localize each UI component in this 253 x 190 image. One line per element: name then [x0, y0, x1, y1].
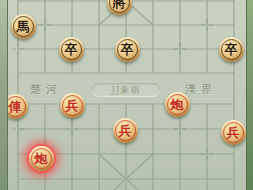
piece-glyph: 兵 — [119, 124, 132, 137]
piece-glyph: 炮 — [171, 98, 184, 111]
piece-black-soldier-3[interactable]: 卒 — [219, 37, 244, 62]
xiangqi-board-screen: 楚河 漢界 JJ象棋 將馬卒卒卒俥兵炮兵兵炮 — [0, 0, 253, 190]
piece-glyph: 兵 — [227, 126, 240, 139]
board-frame-right — [246, 0, 253, 190]
piece-red-soldier-1[interactable]: 兵 — [60, 93, 85, 118]
app-watermark-label: JJ象棋 — [111, 84, 140, 97]
piece-red-cannon-right[interactable]: 炮 — [165, 92, 190, 117]
piece-glyph: 卒 — [225, 43, 238, 56]
piece-glyph: 俥 — [9, 100, 22, 113]
piece-glyph: 卒 — [65, 43, 78, 56]
piece-glyph: 卒 — [121, 43, 134, 56]
piece-red-cannon-selected[interactable]: 炮 — [29, 146, 54, 171]
piece-black-soldier-1[interactable]: 卒 — [59, 37, 84, 62]
app-watermark: JJ象棋 — [92, 83, 160, 97]
piece-red-soldier-3[interactable]: 兵 — [221, 120, 246, 145]
board-frame-left — [0, 0, 8, 190]
piece-glyph: 兵 — [66, 99, 79, 112]
river-label-chu-he: 楚河 — [30, 83, 62, 97]
piece-glyph: 將 — [113, 0, 126, 9]
piece-glyph: 馬 — [17, 20, 30, 33]
river-label-han-jie: 漢界 — [185, 83, 217, 97]
piece-glyph: 炮 — [35, 152, 48, 165]
piece-black-soldier-2[interactable]: 卒 — [115, 37, 140, 62]
piece-red-soldier-2[interactable]: 兵 — [113, 118, 138, 143]
piece-black-horse[interactable]: 馬 — [11, 14, 36, 39]
